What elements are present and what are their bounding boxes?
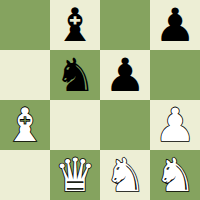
square-r1c2[interactable]: ♟: [100, 50, 150, 100]
square-r3c2[interactable]: ♞: [100, 150, 150, 200]
chess-board: ♝♟♞♟♝♟♛♞♞: [0, 0, 200, 200]
black-pawn[interactable]: ♟: [104, 50, 145, 100]
white-knight[interactable]: ♞: [154, 150, 195, 200]
square-r1c1[interactable]: ♞: [50, 50, 100, 100]
square-r0c2[interactable]: [100, 0, 150, 50]
white-knight[interactable]: ♞: [104, 150, 145, 200]
white-pawn[interactable]: ♟: [154, 100, 195, 150]
black-knight[interactable]: ♞: [54, 50, 95, 100]
white-queen[interactable]: ♛: [54, 150, 95, 200]
black-pawn[interactable]: ♟: [154, 0, 195, 50]
square-r2c3[interactable]: ♟: [150, 100, 200, 150]
square-r2c0[interactable]: ♝: [0, 100, 50, 150]
square-r0c1[interactable]: ♝: [50, 0, 100, 50]
white-bishop[interactable]: ♝: [4, 100, 45, 150]
square-r1c3[interactable]: [150, 50, 200, 100]
square-r1c0[interactable]: [0, 50, 50, 100]
square-r3c3[interactable]: ♞: [150, 150, 200, 200]
square-r2c1[interactable]: [50, 100, 100, 150]
square-r3c1[interactable]: ♛: [50, 150, 100, 200]
square-r0c3[interactable]: ♟: [150, 0, 200, 50]
black-bishop[interactable]: ♝: [54, 0, 95, 50]
square-r2c2[interactable]: [100, 100, 150, 150]
square-r3c0[interactable]: [0, 150, 50, 200]
square-r0c0[interactable]: [0, 0, 50, 50]
